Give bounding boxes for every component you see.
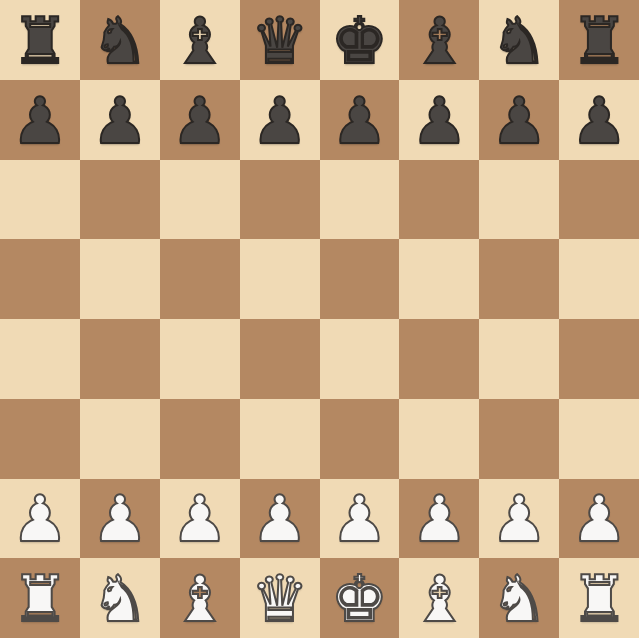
square-g3[interactable] [479, 399, 559, 479]
square-e7[interactable]: ♟ [320, 80, 400, 160]
square-d3[interactable] [240, 399, 320, 479]
piece-black-pawn-e7[interactable]: ♟ [331, 89, 388, 153]
square-b5[interactable] [80, 239, 160, 319]
square-b7[interactable]: ♟ [80, 80, 160, 160]
square-b2[interactable]: ♟ [80, 479, 160, 559]
square-h1[interactable]: ♜ [559, 558, 639, 638]
piece-black-rook-a8[interactable]: ♜ [11, 9, 68, 73]
square-a6[interactable] [0, 160, 80, 240]
square-e5[interactable] [320, 239, 400, 319]
square-f3[interactable] [399, 399, 479, 479]
square-c7[interactable]: ♟ [160, 80, 240, 160]
square-e8[interactable]: ♚ [320, 0, 400, 80]
piece-white-pawn-e2[interactable]: ♟ [331, 487, 388, 551]
square-g2[interactable]: ♟ [479, 479, 559, 559]
square-g1[interactable]: ♞ [479, 558, 559, 638]
piece-white-pawn-h2[interactable]: ♟ [570, 487, 627, 551]
square-g5[interactable] [479, 239, 559, 319]
square-e6[interactable] [320, 160, 400, 240]
square-c1[interactable]: ♝ [160, 558, 240, 638]
square-g4[interactable] [479, 319, 559, 399]
square-a5[interactable] [0, 239, 80, 319]
piece-white-knight-b1[interactable]: ♞ [91, 567, 148, 631]
square-f7[interactable]: ♟ [399, 80, 479, 160]
piece-white-queen-d1[interactable]: ♛ [251, 567, 308, 631]
square-c2[interactable]: ♟ [160, 479, 240, 559]
square-d5[interactable] [240, 239, 320, 319]
square-f4[interactable] [399, 319, 479, 399]
square-a8[interactable]: ♜ [0, 0, 80, 80]
square-c6[interactable] [160, 160, 240, 240]
piece-black-pawn-h7[interactable]: ♟ [570, 89, 627, 153]
square-f8[interactable]: ♝ [399, 0, 479, 80]
piece-white-pawn-a2[interactable]: ♟ [11, 487, 68, 551]
square-c5[interactable] [160, 239, 240, 319]
piece-black-knight-g8[interactable]: ♞ [491, 9, 548, 73]
square-a1[interactable]: ♜ [0, 558, 80, 638]
square-a3[interactable] [0, 399, 80, 479]
square-a4[interactable] [0, 319, 80, 399]
square-d8[interactable]: ♛ [240, 0, 320, 80]
piece-black-queen-d8[interactable]: ♛ [251, 9, 308, 73]
piece-white-pawn-g2[interactable]: ♟ [491, 487, 548, 551]
piece-white-bishop-f1[interactable]: ♝ [411, 567, 468, 631]
square-h4[interactable] [559, 319, 639, 399]
piece-white-pawn-b2[interactable]: ♟ [91, 487, 148, 551]
square-c3[interactable] [160, 399, 240, 479]
square-f2[interactable]: ♟ [399, 479, 479, 559]
square-h5[interactable] [559, 239, 639, 319]
square-f1[interactable]: ♝ [399, 558, 479, 638]
piece-black-pawn-b7[interactable]: ♟ [91, 89, 148, 153]
square-g8[interactable]: ♞ [479, 0, 559, 80]
piece-black-bishop-f8[interactable]: ♝ [411, 9, 468, 73]
square-c4[interactable] [160, 319, 240, 399]
piece-white-bishop-c1[interactable]: ♝ [171, 567, 228, 631]
piece-black-pawn-a7[interactable]: ♟ [11, 89, 68, 153]
piece-black-pawn-c7[interactable]: ♟ [171, 89, 228, 153]
square-e2[interactable]: ♟ [320, 479, 400, 559]
piece-black-bishop-c8[interactable]: ♝ [171, 9, 228, 73]
piece-black-knight-b8[interactable]: ♞ [91, 9, 148, 73]
square-h2[interactable]: ♟ [559, 479, 639, 559]
square-d1[interactable]: ♛ [240, 558, 320, 638]
square-h7[interactable]: ♟ [559, 80, 639, 160]
square-g6[interactable] [479, 160, 559, 240]
square-h8[interactable]: ♜ [559, 0, 639, 80]
piece-white-rook-h1[interactable]: ♜ [570, 567, 627, 631]
piece-white-rook-a1[interactable]: ♜ [11, 567, 68, 631]
square-e1[interactable]: ♚ [320, 558, 400, 638]
square-b8[interactable]: ♞ [80, 0, 160, 80]
square-h3[interactable] [559, 399, 639, 479]
piece-black-pawn-d7[interactable]: ♟ [251, 89, 308, 153]
square-b6[interactable] [80, 160, 160, 240]
square-f5[interactable] [399, 239, 479, 319]
square-a7[interactable]: ♟ [0, 80, 80, 160]
square-b1[interactable]: ♞ [80, 558, 160, 638]
square-e4[interactable] [320, 319, 400, 399]
square-d4[interactable] [240, 319, 320, 399]
square-d2[interactable]: ♟ [240, 479, 320, 559]
chess-board: ♜♞♝♛♚♝♞♜♟♟♟♟♟♟♟♟♟♟♟♟♟♟♟♟♜♞♝♛♚♝♞♜ [0, 0, 639, 638]
square-a2[interactable]: ♟ [0, 479, 80, 559]
piece-black-pawn-g7[interactable]: ♟ [491, 89, 548, 153]
square-b4[interactable] [80, 319, 160, 399]
piece-black-rook-h8[interactable]: ♜ [570, 9, 627, 73]
piece-white-pawn-f2[interactable]: ♟ [411, 487, 468, 551]
square-g7[interactable]: ♟ [479, 80, 559, 160]
square-b3[interactable] [80, 399, 160, 479]
piece-white-king-e1[interactable]: ♚ [331, 567, 388, 631]
piece-white-knight-g1[interactable]: ♞ [491, 567, 548, 631]
piece-black-pawn-f7[interactable]: ♟ [411, 89, 468, 153]
square-c8[interactable]: ♝ [160, 0, 240, 80]
piece-white-pawn-c2[interactable]: ♟ [171, 487, 228, 551]
piece-black-king-e8[interactable]: ♚ [331, 9, 388, 73]
square-f6[interactable] [399, 160, 479, 240]
square-h6[interactable] [559, 160, 639, 240]
square-d6[interactable] [240, 160, 320, 240]
square-d7[interactable]: ♟ [240, 80, 320, 160]
piece-white-pawn-d2[interactable]: ♟ [251, 487, 308, 551]
square-e3[interactable] [320, 399, 400, 479]
